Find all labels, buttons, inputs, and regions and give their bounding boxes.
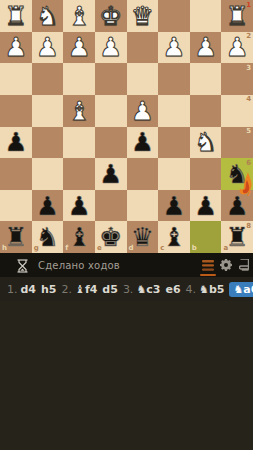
toolbar-icons	[201, 253, 251, 277]
move-3-black[interactable]: e6	[165, 283, 180, 296]
move-list-tab-icon[interactable]	[201, 253, 215, 277]
move-1-black[interactable]: h5	[41, 283, 57, 296]
white-knight: ♞	[36, 3, 59, 29]
square-d3[interactable]	[127, 63, 159, 95]
square-g4[interactable]	[32, 95, 64, 127]
white-pawn: ♟	[36, 34, 59, 60]
square-h2[interactable]: ♟	[0, 32, 32, 64]
white-pawn: ♟	[4, 34, 27, 60]
black-pawn: ♟	[162, 193, 185, 219]
square-a8[interactable]: ♜	[221, 221, 253, 253]
white-bishop: ♝	[67, 98, 90, 124]
square-e1[interactable]: ♚	[95, 0, 127, 32]
settings-gears-icon[interactable]	[219, 253, 233, 277]
black-knight: ♞	[36, 224, 59, 250]
square-c8[interactable]: ♝	[158, 221, 190, 253]
square-f8[interactable]: ♝	[63, 221, 95, 253]
black-pawn: ♟	[131, 129, 154, 155]
move-number: 2.	[62, 283, 73, 296]
square-d2[interactable]	[127, 32, 159, 64]
square-g8[interactable]: ♞	[32, 221, 64, 253]
square-e5[interactable]	[95, 127, 127, 159]
square-a3[interactable]	[221, 63, 253, 95]
square-b1[interactable]	[190, 0, 222, 32]
move-2-black[interactable]: d5	[102, 283, 118, 296]
square-e6[interactable]: ♟	[95, 158, 127, 190]
white-rook: ♜	[4, 3, 27, 29]
square-g2[interactable]: ♟	[32, 32, 64, 64]
chess-board: ♜♞♝♚♛♜♟♟♟♟♟♟♟♝♟♟♟♞♟♞♟♟♟♟♟♜♞♝♚♛♝♜ 1234567…	[0, 0, 253, 253]
square-a7[interactable]: ♟	[221, 190, 253, 222]
white-queen: ♛	[131, 3, 154, 29]
move-number: 4.	[186, 283, 197, 296]
white-pawn: ♟	[226, 34, 249, 60]
square-f3[interactable]	[63, 63, 95, 95]
black-king: ♚	[99, 224, 122, 250]
square-h4[interactable]	[0, 95, 32, 127]
move-4-black[interactable]: ♞a6	[229, 282, 253, 297]
square-c1[interactable]	[158, 0, 190, 32]
square-f5[interactable]	[63, 127, 95, 159]
square-c2[interactable]: ♟	[158, 32, 190, 64]
square-c3[interactable]	[158, 63, 190, 95]
square-a1[interactable]: ♜	[221, 0, 253, 32]
square-b5[interactable]: ♞	[190, 127, 222, 159]
square-d6[interactable]	[127, 158, 159, 190]
square-c5[interactable]	[158, 127, 190, 159]
square-e2[interactable]: ♟	[95, 32, 127, 64]
square-d7[interactable]	[127, 190, 159, 222]
square-b7[interactable]: ♟	[190, 190, 222, 222]
background-area	[0, 301, 253, 450]
square-f4[interactable]: ♝	[63, 95, 95, 127]
square-f1[interactable]: ♝	[63, 0, 95, 32]
square-g6[interactable]	[32, 158, 64, 190]
white-knight: ♞	[194, 129, 217, 155]
white-rook: ♜	[226, 3, 249, 29]
black-rook: ♜	[226, 224, 249, 250]
move-number: 1.	[7, 283, 18, 296]
square-b6[interactable]	[190, 158, 222, 190]
move-2-white[interactable]: ♝f4	[75, 283, 97, 296]
square-d8[interactable]: ♛	[127, 221, 159, 253]
toolbar: Сделано ходов	[0, 253, 253, 277]
square-h5[interactable]: ♟	[0, 127, 32, 159]
black-pawn: ♟	[194, 193, 217, 219]
white-bishop: ♝	[67, 3, 90, 29]
square-f2[interactable]: ♟	[63, 32, 95, 64]
move-4-white[interactable]: ♞b5	[199, 283, 224, 296]
black-pawn: ♟	[4, 129, 27, 155]
square-g5[interactable]	[32, 127, 64, 159]
square-a6[interactable]: ♞	[221, 158, 253, 190]
square-e8[interactable]: ♚	[95, 221, 127, 253]
black-queen: ♛	[131, 224, 154, 250]
square-c6[interactable]	[158, 158, 190, 190]
square-a5[interactable]	[221, 127, 253, 159]
black-bishop: ♝	[67, 224, 90, 250]
square-d5[interactable]: ♟	[127, 127, 159, 159]
square-h7[interactable]	[0, 190, 32, 222]
square-b8[interactable]	[190, 221, 222, 253]
move-number: 3.	[123, 283, 134, 296]
white-king: ♚	[99, 3, 122, 29]
black-bishop: ♝	[162, 224, 185, 250]
square-a4[interactable]	[221, 95, 253, 127]
square-d4[interactable]: ♟	[127, 95, 159, 127]
square-f6[interactable]	[63, 158, 95, 190]
square-a2[interactable]: ♟	[221, 32, 253, 64]
square-c7[interactable]: ♟	[158, 190, 190, 222]
black-pawn: ♟	[226, 193, 249, 219]
square-g1[interactable]: ♞	[32, 0, 64, 32]
square-g7[interactable]: ♟	[32, 190, 64, 222]
black-pawn: ♟	[67, 193, 90, 219]
square-e3[interactable]	[95, 63, 127, 95]
square-d1[interactable]: ♛	[127, 0, 159, 32]
square-b3[interactable]	[190, 63, 222, 95]
move-3-white[interactable]: ♞c3	[136, 283, 160, 296]
square-c4[interactable]	[158, 95, 190, 127]
toolbar-title: Сделано ходов	[38, 260, 120, 271]
square-b2[interactable]: ♟	[190, 32, 222, 64]
square-b4[interactable]	[190, 95, 222, 127]
square-h1[interactable]: ♜	[0, 0, 32, 32]
move-list: 1.d4h52.♝f4d53.♞c3e64.♞b5♞a6	[0, 277, 253, 301]
white-pawn: ♟	[67, 34, 90, 60]
square-f7[interactable]: ♟	[63, 190, 95, 222]
white-pawn: ♟	[131, 98, 154, 124]
hourglass-icon	[17, 258, 28, 277]
white-pawn: ♟	[162, 34, 185, 60]
white-pawn: ♟	[194, 34, 217, 60]
black-knight: ♞	[226, 161, 249, 187]
black-pawn: ♟	[36, 193, 59, 219]
square-e4[interactable]	[95, 95, 127, 127]
square-h8[interactable]: ♜	[0, 221, 32, 253]
square-h3[interactable]	[0, 63, 32, 95]
move-1-white[interactable]: d4	[21, 283, 37, 296]
square-g3[interactable]	[32, 63, 64, 95]
square-h6[interactable]	[0, 158, 32, 190]
white-pawn: ♟	[99, 34, 122, 60]
book-icon[interactable]	[237, 253, 251, 277]
black-rook: ♜	[4, 224, 27, 250]
square-e7[interactable]	[95, 190, 127, 222]
black-pawn: ♟	[99, 161, 122, 187]
